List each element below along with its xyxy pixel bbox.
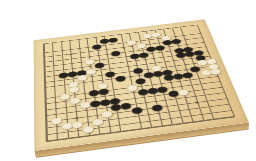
black-stone: ● bbox=[107, 36, 119, 43]
hoshi-point bbox=[70, 54, 73, 56]
product-photo: ●●●●●●●●●●●●●●●●●●●●●●●●●●●●●●●●●●●●●●●●… bbox=[0, 0, 256, 161]
white-stone: ● bbox=[60, 121, 74, 131]
black-stone: ● bbox=[162, 73, 176, 81]
white-stone: ● bbox=[126, 83, 140, 91]
black-stone: ● bbox=[119, 101, 133, 110]
black-stone: ● bbox=[136, 88, 150, 97]
white-stone: ● bbox=[67, 80, 80, 88]
black-stone: ● bbox=[170, 38, 183, 45]
go-board: ●●●●●●●●●●●●●●●●●●●●●●●●●●●●●●●●●●●●●●●●… bbox=[34, 19, 249, 151]
go-board-scene: ●●●●●●●●●●●●●●●●●●●●●●●●●●●●●●●●●●●●●●●●… bbox=[26, 0, 234, 161]
black-stone: ● bbox=[171, 72, 185, 80]
black-stone: ● bbox=[154, 44, 167, 51]
white-stone: ● bbox=[208, 67, 222, 75]
black-stone: ● bbox=[114, 74, 127, 82]
white-stone: ● bbox=[79, 101, 92, 110]
white-stone: ● bbox=[100, 110, 114, 119]
hoshi-point bbox=[122, 47, 125, 49]
black-stone: ● bbox=[98, 98, 112, 107]
white-stone: ● bbox=[59, 92, 72, 101]
stones-layer: ●●●●●●●●●●●●●●●●●●●●●●●●●●●●●●●●●●●●●●●●… bbox=[44, 25, 234, 141]
black-stone: ● bbox=[134, 77, 148, 85]
white-stone: ● bbox=[91, 117, 105, 127]
white-stone: ● bbox=[70, 120, 84, 130]
black-stone: ● bbox=[150, 103, 165, 112]
black-stone: ● bbox=[146, 86, 160, 95]
white-stone: ● bbox=[50, 116, 63, 125]
hoshi-point bbox=[195, 102, 198, 104]
white-stone: ● bbox=[96, 82, 109, 90]
hoshi-point bbox=[129, 76, 132, 78]
black-stone: ● bbox=[130, 106, 144, 115]
black-stone: ● bbox=[109, 103, 123, 112]
black-stone: ● bbox=[155, 85, 169, 94]
black-stone: ● bbox=[97, 87, 110, 96]
hoshi-point bbox=[75, 117, 78, 119]
black-stone: ● bbox=[87, 88, 100, 97]
white-stone: ● bbox=[176, 88, 191, 97]
white-stone: ● bbox=[69, 96, 82, 105]
black-stone: ● bbox=[181, 71, 195, 79]
hoshi-point bbox=[72, 83, 75, 85]
white-stone: ● bbox=[68, 85, 81, 93]
black-stone: ● bbox=[91, 43, 103, 50]
black-stone: ● bbox=[137, 51, 150, 58]
black-stone: ● bbox=[89, 99, 102, 108]
black-stone: ● bbox=[108, 97, 122, 106]
black-stone: ● bbox=[166, 89, 180, 98]
black-stone: ● bbox=[110, 50, 122, 57]
hoshi-point bbox=[136, 109, 139, 111]
white-stone: ● bbox=[81, 124, 95, 134]
